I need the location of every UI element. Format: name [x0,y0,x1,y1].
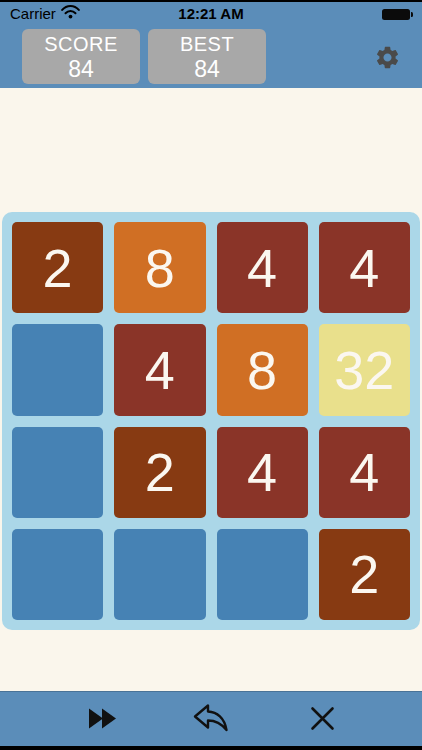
bottom-toolbar [0,691,422,746]
tile-2: 2 [319,529,410,620]
board[interactable]: 284448322442 [2,212,420,630]
header-bar: Carrier 12:21 AM SCORE 84 BEST 84 [0,2,422,88]
undo-button[interactable] [190,692,234,747]
cell-empty [12,529,103,620]
tile-2: 2 [12,222,103,313]
settings-button[interactable] [372,44,402,74]
screen: Carrier 12:21 AM SCORE 84 BEST 84 [0,0,422,750]
tile-32: 32 [319,324,410,415]
tile-4: 4 [319,427,410,518]
score-box: SCORE 84 [22,29,140,84]
clock: 12:21 AM [0,5,422,22]
tile-4: 4 [217,222,308,313]
tile-4: 4 [319,222,410,313]
bottom-edge [0,746,422,750]
tile-8: 8 [114,222,205,313]
tile-4: 4 [217,427,308,518]
cell-empty [12,427,103,518]
fast-forward-button[interactable] [81,692,125,747]
score-value: 84 [68,56,94,82]
battery-icon [382,9,410,20]
best-box: BEST 84 [148,29,266,84]
close-button[interactable] [300,692,344,747]
cell-empty [114,529,205,620]
gear-icon [374,59,401,74]
score-label: SCORE [44,32,118,56]
tile-4: 4 [114,324,205,415]
best-value: 84 [194,56,220,82]
best-label: BEST [180,32,234,56]
undo-arrow-icon [192,703,232,736]
tile-2: 2 [114,427,205,518]
status-bar: Carrier 12:21 AM [0,2,422,26]
cell-empty [12,324,103,415]
close-icon [309,705,336,735]
tile-8: 8 [217,324,308,415]
fast-forward-icon [87,707,120,733]
cell-empty [217,529,308,620]
